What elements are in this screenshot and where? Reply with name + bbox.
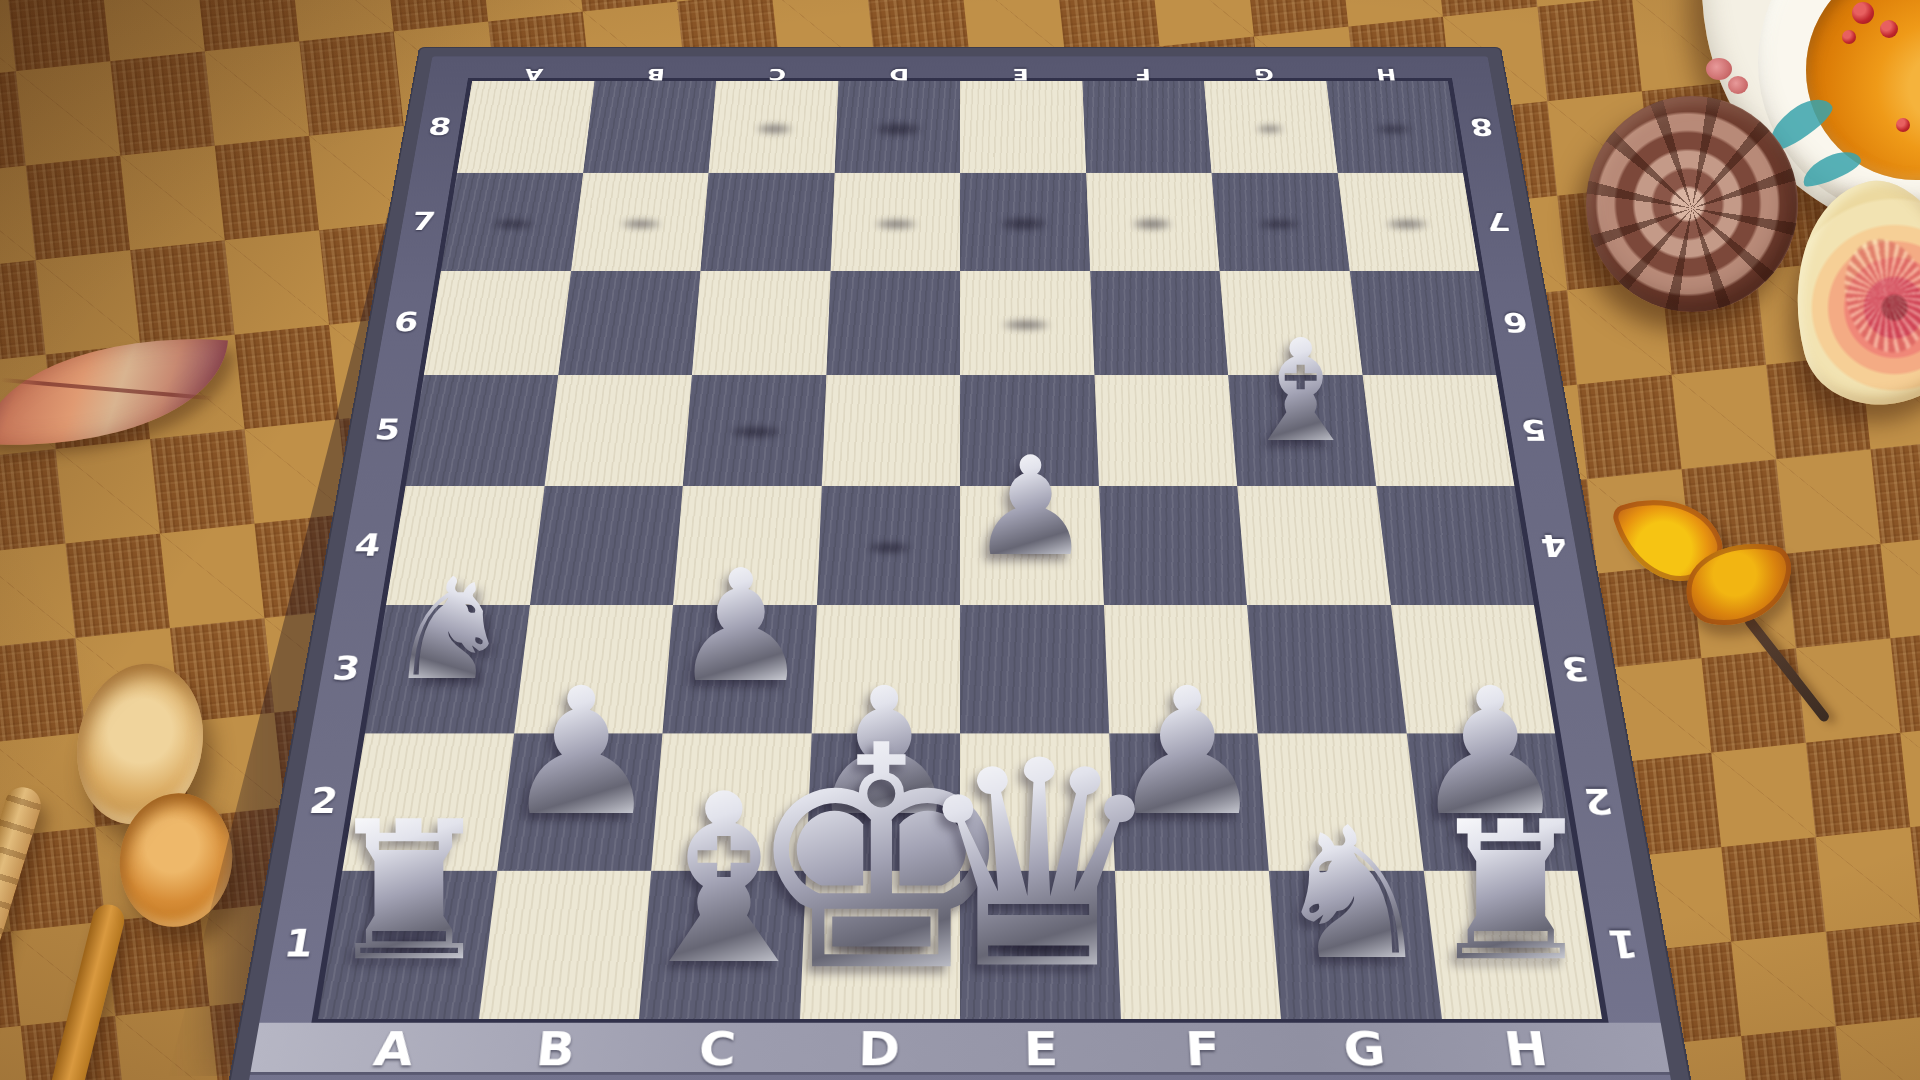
piece-silver-bishop-g5[interactable]: ♝ <box>1237 321 1363 462</box>
piece-silver-rook-a1[interactable]: ♜ <box>323 796 495 987</box>
piece-gold-pawn-a7[interactable]: ♟ <box>470 147 557 244</box>
piece-gold-pawn-h7[interactable]: ♟ <box>1364 147 1451 244</box>
piece-silver-queen-e1[interactable]: ♛ <box>911 724 1166 1009</box>
piece-gold-pawn-d7[interactable]: ♟ <box>853 147 940 244</box>
piece-gold-pawn-e6[interactable]: ♟ <box>977 239 1074 347</box>
piece-gold-rook-h8[interactable]: ♜ <box>1356 63 1430 146</box>
piece-silver-knight-a3[interactable]: ♞ <box>386 560 512 700</box>
piece-silver-pawn-e4[interactable]: ♟ <box>969 439 1092 576</box>
piece-gold-pawn-c5[interactable]: ♟ <box>701 336 810 457</box>
piece-gold-pawn-g7[interactable]: ♟ <box>1236 147 1323 244</box>
piece-silver-knight-g1[interactable]: ♞ <box>1272 803 1435 985</box>
piece-gold-knight-d4[interactable]: ♞ <box>834 449 945 573</box>
piece-gold-rook-b7[interactable]: ♜ <box>599 150 682 242</box>
piece-gold-knight-g8[interactable]: ♞ <box>1234 66 1305 145</box>
piece-gold-bishop-f7[interactable]: ♝ <box>1101 134 1202 246</box>
piece-silver-rook-h1[interactable]: ♜ <box>1425 796 1597 987</box>
piece-gold-bishop-c8[interactable]: ♝ <box>729 49 819 150</box>
